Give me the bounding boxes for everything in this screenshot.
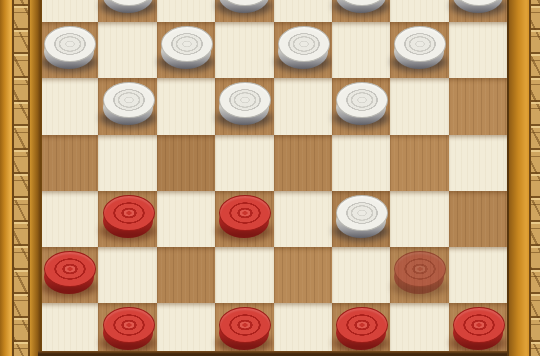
board-square-r3c1[interactable] <box>98 135 156 191</box>
board-square-r5c1[interactable] <box>98 247 156 303</box>
board-frame-bottom-edge <box>38 351 507 356</box>
board-square-r3c7[interactable] <box>449 135 507 191</box>
board-square-r4c3[interactable] <box>215 191 273 247</box>
board-square-r1c6[interactable] <box>390 22 448 78</box>
white-piece[interactable] <box>103 82 153 130</box>
board <box>40 0 507 356</box>
board-square-r1c0[interactable] <box>40 22 98 78</box>
piece-top <box>336 307 388 343</box>
piece-top <box>278 26 330 62</box>
board-square-r4c2[interactable] <box>157 191 215 247</box>
board-square-r6c0[interactable] <box>40 303 98 356</box>
piece-top <box>336 195 388 231</box>
white-piece[interactable] <box>336 82 386 130</box>
white-piece[interactable] <box>219 0 269 18</box>
piece-top <box>44 251 96 287</box>
piece-top <box>103 82 155 118</box>
piece-top <box>161 26 213 62</box>
board-square-r0c5[interactable] <box>332 0 390 22</box>
piece-top <box>103 307 155 343</box>
piece-top <box>453 307 505 343</box>
board-square-r4c4[interactable] <box>274 191 332 247</box>
red-piece[interactable] <box>44 251 94 299</box>
red-piece-faded[interactable] <box>394 251 444 299</box>
board-square-r0c4[interactable] <box>274 0 332 22</box>
board-square-r5c4[interactable] <box>274 247 332 303</box>
board-square-r5c6[interactable] <box>390 247 448 303</box>
board-square-r5c3[interactable] <box>215 247 273 303</box>
board-square-r6c5[interactable] <box>332 303 390 356</box>
board-square-r4c6[interactable] <box>390 191 448 247</box>
board-square-r5c2[interactable] <box>157 247 215 303</box>
board-square-r5c5[interactable] <box>332 247 390 303</box>
board-square-r4c0[interactable] <box>40 191 98 247</box>
board-square-r3c0[interactable] <box>40 135 98 191</box>
red-piece[interactable] <box>103 195 153 243</box>
white-piece[interactable] <box>336 195 386 243</box>
board-square-r6c4[interactable] <box>274 303 332 356</box>
piece-top <box>219 195 271 231</box>
board-frame-right <box>507 0 540 356</box>
board-square-r1c3[interactable] <box>215 22 273 78</box>
red-piece[interactable] <box>219 195 269 243</box>
red-piece[interactable] <box>219 307 269 355</box>
white-piece[interactable] <box>453 0 503 18</box>
board-square-r2c0[interactable] <box>40 78 98 134</box>
board-square-r0c3[interactable] <box>215 0 273 22</box>
white-piece[interactable] <box>161 26 211 74</box>
board-square-r0c2[interactable] <box>157 0 215 22</box>
board-square-r4c7[interactable] <box>449 191 507 247</box>
board-square-r2c1[interactable] <box>98 78 156 134</box>
board-square-r1c7[interactable] <box>449 22 507 78</box>
board-square-r2c3[interactable] <box>215 78 273 134</box>
board-square-r6c3[interactable] <box>215 303 273 356</box>
board-square-r0c0[interactable] <box>40 0 98 22</box>
board-square-r2c6[interactable] <box>390 78 448 134</box>
white-piece[interactable] <box>44 26 94 74</box>
board-square-r6c6[interactable] <box>390 303 448 356</box>
board-square-r4c1[interactable] <box>98 191 156 247</box>
white-piece[interactable] <box>278 26 328 74</box>
board-square-r2c5[interactable] <box>332 78 390 134</box>
board-square-r0c7[interactable] <box>449 0 507 22</box>
board-square-r5c0[interactable] <box>40 247 98 303</box>
board-square-r2c7[interactable] <box>449 78 507 134</box>
white-piece[interactable] <box>103 0 153 18</box>
board-square-r6c2[interactable] <box>157 303 215 356</box>
board-square-r3c5[interactable] <box>332 135 390 191</box>
checkers-game-screenshot <box>0 0 540 356</box>
red-piece[interactable] <box>103 307 153 355</box>
board-square-r0c6[interactable] <box>390 0 448 22</box>
frame-carving-right <box>529 0 540 356</box>
board-square-r2c4[interactable] <box>274 78 332 134</box>
white-piece[interactable] <box>336 0 386 18</box>
board-square-r3c6[interactable] <box>390 135 448 191</box>
board-square-r6c7[interactable] <box>449 303 507 356</box>
board-square-r5c7[interactable] <box>449 247 507 303</box>
board-square-r2c2[interactable] <box>157 78 215 134</box>
board-square-r1c2[interactable] <box>157 22 215 78</box>
board-square-r1c1[interactable] <box>98 22 156 78</box>
board-square-r1c4[interactable] <box>274 22 332 78</box>
piece-top <box>394 251 446 287</box>
board-square-r4c5[interactable] <box>332 191 390 247</box>
piece-top <box>103 195 155 231</box>
frame-carving-left <box>12 0 30 356</box>
board-square-r3c4[interactable] <box>274 135 332 191</box>
board-frame-left <box>0 0 42 356</box>
board-square-r3c2[interactable] <box>157 135 215 191</box>
white-piece[interactable] <box>394 26 444 74</box>
red-piece[interactable] <box>336 307 386 355</box>
board-square-r3c3[interactable] <box>215 135 273 191</box>
board-square-r1c5[interactable] <box>332 22 390 78</box>
white-piece[interactable] <box>219 82 269 130</box>
board-square-r6c1[interactable] <box>98 303 156 356</box>
board-square-r0c1[interactable] <box>98 0 156 22</box>
red-piece[interactable] <box>453 307 503 355</box>
